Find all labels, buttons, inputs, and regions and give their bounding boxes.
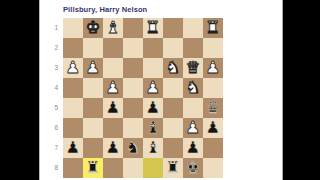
black-pawn-d5: ♟	[143, 98, 163, 118]
square-f5[interactable]: ♟	[103, 98, 123, 118]
square-e7[interactable]: ♞	[123, 138, 143, 158]
rank-label-3: 3	[44, 58, 58, 78]
square-a6[interactable]: ♟	[203, 118, 223, 138]
square-c6[interactable]	[163, 118, 183, 138]
black-pawn-a6: ♟	[203, 118, 223, 138]
black-pawn-f5: ♟	[103, 98, 123, 118]
square-f6[interactable]	[103, 118, 123, 138]
screen-background: Pillsbury, Harry Nelson 12345678 ♚♝♜♜♟♟♞…	[0, 0, 320, 180]
square-b5[interactable]	[183, 98, 203, 118]
square-e4[interactable]	[123, 78, 143, 98]
square-e5[interactable]	[123, 98, 143, 118]
rank-label-6: 6	[44, 118, 58, 138]
square-c7[interactable]	[163, 138, 183, 158]
square-e1[interactable]	[123, 18, 143, 38]
square-d8[interactable]	[143, 158, 163, 178]
white-rook-d1: ♜	[143, 18, 163, 38]
square-b4[interactable]: ♞	[183, 78, 203, 98]
square-g2[interactable]	[83, 38, 103, 58]
square-d7[interactable]: ♝	[143, 138, 163, 158]
square-g8[interactable]: ♜	[83, 158, 103, 178]
square-h3[interactable]: ♟	[63, 58, 83, 78]
square-f8[interactable]	[103, 158, 123, 178]
square-c1[interactable]	[163, 18, 183, 38]
square-b8[interactable]: ♚	[183, 158, 203, 178]
square-a7[interactable]	[203, 138, 223, 158]
rank-label-2: 2	[44, 38, 58, 58]
player-name-header: Pillsbury, Harry Nelson	[63, 5, 233, 15]
square-c4[interactable]	[163, 78, 183, 98]
square-c5[interactable]	[163, 98, 183, 118]
square-a3[interactable]: ♟	[203, 58, 223, 78]
white-rook-a1: ♜	[203, 18, 223, 38]
white-knight-c3: ♞	[163, 58, 183, 78]
square-a4[interactable]	[203, 78, 223, 98]
rank-label-1: 1	[44, 18, 58, 38]
square-g1[interactable]: ♚	[83, 18, 103, 38]
white-pawn-d4: ♟	[143, 78, 163, 98]
square-h8[interactable]	[63, 158, 83, 178]
square-b6[interactable]: ♟	[183, 118, 203, 138]
square-f7[interactable]: ♟	[103, 138, 123, 158]
black-bishop-d6: ♝	[143, 118, 163, 138]
black-pawn-h7: ♟	[63, 138, 83, 158]
white-pawn-a3: ♟	[203, 58, 223, 78]
square-c2[interactable]	[163, 38, 183, 58]
white-queen-b3: ♛	[183, 58, 203, 78]
square-g6[interactable]	[83, 118, 103, 138]
square-c3[interactable]: ♞	[163, 58, 183, 78]
black-pawn-b7: ♟	[183, 138, 203, 158]
square-d5[interactable]: ♟	[143, 98, 163, 118]
square-g7[interactable]	[83, 138, 103, 158]
square-d4[interactable]: ♟	[143, 78, 163, 98]
square-b3[interactable]: ♛	[183, 58, 203, 78]
square-h6[interactable]	[63, 118, 83, 138]
black-pawn-f7: ♟	[103, 138, 123, 158]
square-h5[interactable]	[63, 98, 83, 118]
rank-label-8: 8	[44, 158, 58, 178]
rank-labels: 12345678	[44, 18, 60, 178]
square-g4[interactable]	[83, 78, 103, 98]
square-g5[interactable]	[83, 98, 103, 118]
square-h1[interactable]	[63, 18, 83, 38]
square-d3[interactable]	[143, 58, 163, 78]
black-rook-c8: ♜	[163, 158, 183, 178]
square-h4[interactable]	[63, 78, 83, 98]
black-bishop-d7: ♝	[143, 138, 163, 158]
square-c8[interactable]: ♜	[163, 158, 183, 178]
white-bishop-f1: ♝	[103, 18, 123, 38]
square-b2[interactable]	[183, 38, 203, 58]
rank-label-4: 4	[44, 78, 58, 98]
white-pawn-b6: ♟	[183, 118, 203, 138]
white-pawn-f4: ♟	[103, 78, 123, 98]
square-g3[interactable]: ♟	[83, 58, 103, 78]
black-queen-a5: ♛	[203, 98, 223, 118]
chess-board[interactable]: ♚♝♜♜♟♟♞♛♟♟♟♞♟♟♛♝♟♟♟♟♞♝♟♜♜♚	[63, 18, 223, 178]
rank-label-5: 5	[44, 98, 58, 118]
black-knight-e7: ♞	[123, 138, 143, 158]
square-a1[interactable]: ♜	[203, 18, 223, 38]
white-king-g1: ♚	[83, 18, 103, 38]
square-h2[interactable]	[63, 38, 83, 58]
square-e8[interactable]	[123, 158, 143, 178]
square-d1[interactable]: ♜	[143, 18, 163, 38]
square-b7[interactable]: ♟	[183, 138, 203, 158]
square-e2[interactable]	[123, 38, 143, 58]
square-a2[interactable]	[203, 38, 223, 58]
square-e6[interactable]	[123, 118, 143, 138]
black-king-b8: ♚	[183, 158, 203, 178]
square-f4[interactable]: ♟	[103, 78, 123, 98]
square-e3[interactable]	[123, 58, 143, 78]
square-b1[interactable]	[183, 18, 203, 38]
square-f2[interactable]	[103, 38, 123, 58]
white-pawn-g3: ♟	[83, 58, 103, 78]
white-knight-b4: ♞	[183, 78, 203, 98]
square-d6[interactable]: ♝	[143, 118, 163, 138]
square-f1[interactable]: ♝	[103, 18, 123, 38]
square-d2[interactable]	[143, 38, 163, 58]
white-pawn-h3: ♟	[63, 58, 83, 78]
square-a8[interactable]	[203, 158, 223, 178]
square-h7[interactable]: ♟	[63, 138, 83, 158]
square-a5[interactable]: ♛	[203, 98, 223, 118]
square-f3[interactable]	[103, 58, 123, 78]
rank-label-7: 7	[44, 138, 58, 158]
black-rook-g8: ♜	[83, 158, 103, 178]
